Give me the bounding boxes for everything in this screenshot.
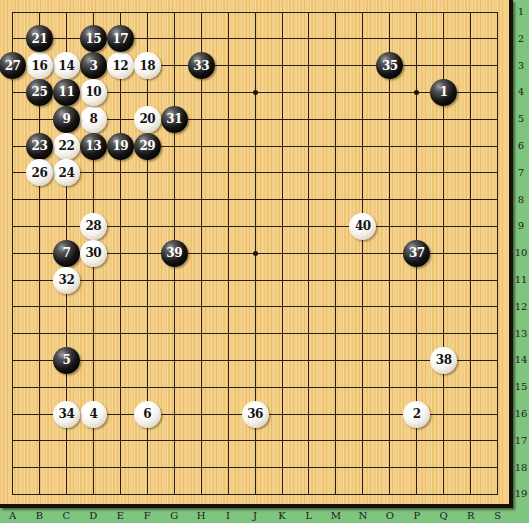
column-label-E: E	[111, 510, 129, 522]
stone-white-move-2-P16: 2	[403, 401, 430, 428]
stone-black-move-35-O3: 35	[376, 52, 403, 79]
stone-black-move-19-E6: 19	[107, 133, 134, 160]
column-label-P: P	[408, 510, 426, 522]
column-label-J: J	[246, 510, 264, 522]
stone-white-move-38-Q14: 38	[430, 347, 457, 374]
stone-black-move-39-G10: 39	[161, 240, 188, 267]
grid-vertical-line-M	[335, 12, 336, 494]
column-label-D: D	[84, 510, 102, 522]
stone-white-move-20-F5: 20	[134, 106, 161, 133]
grid-vertical-line-K	[282, 12, 283, 494]
grid-horizontal-line-11	[12, 280, 498, 281]
stone-white-move-10-D4: 10	[80, 79, 107, 106]
star-point-P4	[414, 90, 419, 95]
stone-white-move-40-N9: 40	[349, 213, 376, 240]
column-label-H: H	[192, 510, 210, 522]
grid-vertical-line-O	[389, 12, 390, 494]
column-label-O: O	[381, 510, 399, 522]
stone-white-move-26-B7: 26	[26, 159, 53, 186]
grid-horizontal-line-19	[12, 494, 498, 495]
grid-vertical-line-N	[362, 12, 363, 494]
stone-black-move-11-C4: 11	[53, 79, 80, 106]
row-label-4: 4	[513, 86, 529, 98]
column-label-C: C	[57, 510, 75, 522]
stone-white-move-6-F16: 6	[134, 401, 161, 428]
stone-black-move-3-D3: 3	[80, 52, 107, 79]
column-label-M: M	[327, 510, 345, 522]
row-label-16: 16	[513, 408, 529, 420]
row-label-2: 2	[513, 33, 529, 45]
stone-white-move-32-C11: 32	[53, 267, 80, 294]
row-label-5: 5	[513, 113, 529, 125]
stone-black-move-17-E2: 17	[107, 25, 134, 52]
stone-black-move-37-P10: 37	[403, 240, 430, 267]
column-label-N: N	[354, 510, 372, 522]
stone-white-move-8-D5: 8	[80, 106, 107, 133]
row-label-9: 9	[513, 220, 529, 232]
grid-vertical-line-S	[497, 12, 498, 494]
row-label-13: 13	[513, 328, 529, 340]
column-label-R: R	[462, 510, 480, 522]
stone-white-move-18-F3: 18	[134, 52, 161, 79]
row-label-14: 14	[513, 354, 529, 366]
row-label-3: 3	[513, 60, 529, 72]
column-label-Q: Q	[435, 510, 453, 522]
grid-horizontal-line-12	[12, 306, 498, 307]
stone-black-move-1-Q4: 1	[430, 79, 457, 106]
column-label-B: B	[30, 510, 48, 522]
go-diagram-screen: 1234567891011121314151617181920212223242…	[0, 0, 529, 523]
row-label-7: 7	[513, 167, 529, 179]
grid-vertical-line-L	[308, 12, 309, 494]
stone-black-move-13-D6: 13	[80, 133, 107, 160]
stone-black-move-23-B6: 23	[26, 133, 53, 160]
stone-black-move-9-C5: 9	[53, 106, 80, 133]
stone-black-move-33-H3: 33	[188, 52, 215, 79]
column-label-G: G	[165, 510, 183, 522]
row-label-12: 12	[513, 301, 529, 313]
stone-black-move-5-C14: 5	[53, 347, 80, 374]
stone-white-move-12-E3: 12	[107, 52, 134, 79]
row-label-8: 8	[513, 194, 529, 206]
column-label-A: A	[4, 510, 22, 522]
stone-black-move-27-A3: 27	[0, 52, 26, 79]
stone-white-move-36-J16: 36	[242, 401, 269, 428]
column-label-S: S	[489, 510, 507, 522]
grid-vertical-line-R	[470, 12, 471, 494]
stone-black-move-29-F6: 29	[134, 133, 161, 160]
stone-white-move-28-D9: 28	[80, 213, 107, 240]
column-label-I: I	[219, 510, 237, 522]
row-label-6: 6	[513, 140, 529, 152]
row-label-10: 10	[513, 247, 529, 259]
go-board[interactable]: 1234567891011121314151617181920212223242…	[0, 0, 513, 508]
star-point-J4	[253, 90, 258, 95]
stone-black-move-21-B2: 21	[26, 25, 53, 52]
stone-white-move-14-C3: 14	[53, 52, 80, 79]
stone-black-move-31-G5: 31	[161, 106, 188, 133]
stone-white-move-24-C7: 24	[53, 159, 80, 186]
stone-white-move-22-C6: 22	[53, 133, 80, 160]
column-label-L: L	[300, 510, 318, 522]
column-label-F: F	[138, 510, 156, 522]
row-label-18: 18	[513, 462, 529, 474]
stone-white-move-30-D10: 30	[80, 240, 107, 267]
stone-white-move-4-D16: 4	[80, 401, 107, 428]
grid-horizontal-line-14	[12, 360, 498, 361]
grid-horizontal-line-17	[12, 440, 498, 441]
row-label-19: 19	[513, 488, 529, 500]
stone-black-move-7-C10: 7	[53, 240, 80, 267]
stone-black-move-25-B4: 25	[26, 79, 53, 106]
stone-white-move-34-C16: 34	[53, 401, 80, 428]
row-label-15: 15	[513, 381, 529, 393]
grid-horizontal-line-13	[12, 333, 498, 334]
grid-horizontal-line-15	[12, 387, 498, 388]
stone-black-move-15-D2: 15	[80, 25, 107, 52]
row-label-17: 17	[513, 435, 529, 447]
row-label-1: 1	[513, 6, 529, 18]
stone-white-move-16-B3: 16	[26, 52, 53, 79]
grid-horizontal-line-18	[12, 467, 498, 468]
star-point-J10	[253, 251, 258, 256]
row-label-11: 11	[513, 274, 529, 286]
column-label-K: K	[273, 510, 291, 522]
